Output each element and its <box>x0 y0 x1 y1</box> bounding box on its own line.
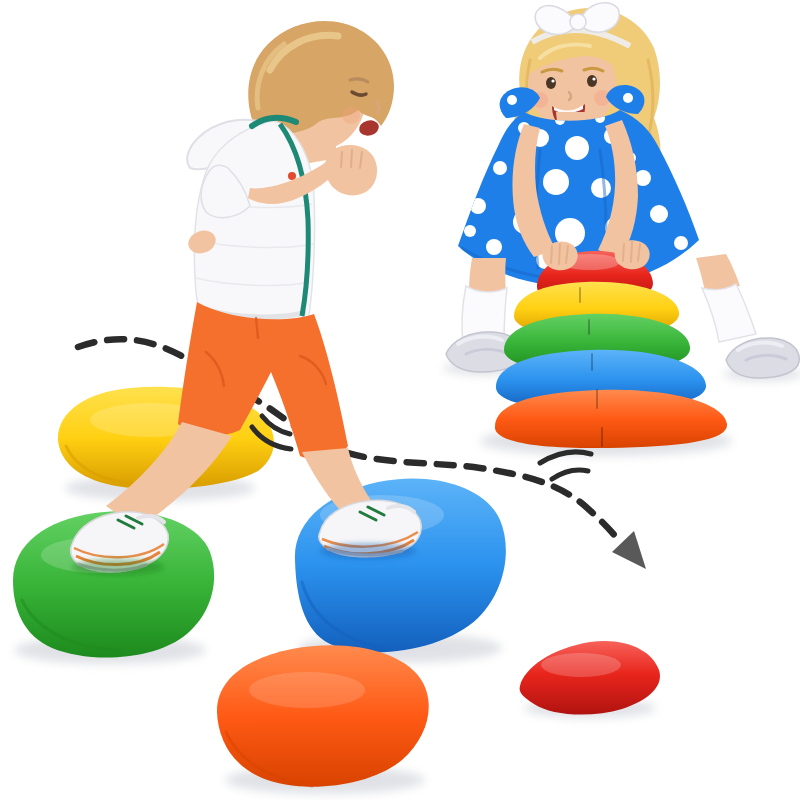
stone-orange-body <box>217 645 429 786</box>
boy-mouth-open <box>357 118 380 137</box>
girl-right-sandal <box>726 338 799 378</box>
stone-orange-highlight <box>249 672 365 708</box>
girl-right-sock <box>702 284 756 342</box>
bounce-marks-right <box>540 452 591 479</box>
stone-orange <box>217 645 429 786</box>
boy-cheek-blush <box>342 106 360 124</box>
boy-vest-logo <box>288 172 296 180</box>
stepping-stones-product-photo <box>0 0 800 800</box>
stone-red-highlight <box>541 653 621 677</box>
scene-canvas <box>0 0 800 800</box>
girl-hair-bow <box>535 3 619 35</box>
trajectory-arrowhead <box>612 531 646 569</box>
